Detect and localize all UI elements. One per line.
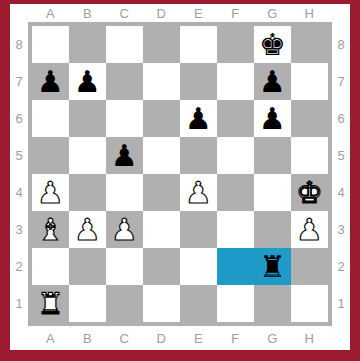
square-a2[interactable]	[32, 248, 69, 285]
board-area: ABCDEFGH 87654321 ♚♟♟♟♟♟♟♟♟♚♝♟♟♟♜♜ 87654…	[10, 4, 350, 350]
square-b4[interactable]	[69, 174, 106, 211]
file-label-d: D	[143, 6, 180, 21]
black-pawn[interactable]: ♟	[185, 100, 212, 137]
file-labels-top: ABCDEFGH	[28, 4, 332, 22]
square-d6[interactable]	[143, 100, 180, 137]
file-label-h: H	[291, 6, 328, 21]
square-a7[interactable]: ♟	[32, 63, 69, 100]
rank-label-4: 4	[332, 174, 350, 211]
square-h8[interactable]	[291, 26, 328, 63]
square-c2[interactable]	[106, 248, 143, 285]
file-label-d: D	[143, 331, 180, 346]
square-b6[interactable]	[69, 100, 106, 137]
rank-label-7: 7	[332, 63, 350, 100]
square-f1[interactable]	[217, 285, 254, 322]
file-label-b: B	[69, 6, 106, 21]
file-label-e: E	[180, 6, 217, 21]
square-c6[interactable]	[106, 100, 143, 137]
square-a6[interactable]	[32, 100, 69, 137]
black-king[interactable]: ♚	[259, 26, 286, 63]
black-rook[interactable]: ♜	[259, 248, 286, 285]
white-pawn[interactable]: ♟	[37, 174, 64, 211]
square-b2[interactable]	[69, 248, 106, 285]
white-pawn[interactable]: ♟	[185, 174, 212, 211]
black-pawn[interactable]: ♟	[74, 63, 101, 100]
square-f8[interactable]	[217, 26, 254, 63]
white-pawn[interactable]: ♟	[296, 211, 323, 248]
file-label-c: C	[106, 6, 143, 21]
rank-label-1: 1	[332, 285, 350, 322]
rank-labels-left: 87654321	[10, 22, 28, 326]
square-h2[interactable]	[291, 248, 328, 285]
square-g2[interactable]: ♜	[254, 248, 291, 285]
square-g8[interactable]: ♚	[254, 26, 291, 63]
rank-label-6: 6	[10, 100, 28, 137]
square-e7[interactable]	[180, 63, 217, 100]
square-g3[interactable]	[254, 211, 291, 248]
square-a8[interactable]	[32, 26, 69, 63]
square-d1[interactable]	[143, 285, 180, 322]
rank-label-8: 8	[10, 26, 28, 63]
file-label-e: E	[180, 331, 217, 346]
square-d8[interactable]	[143, 26, 180, 63]
chess-app-frame: ABCDEFGH 87654321 ♚♟♟♟♟♟♟♟♟♚♝♟♟♟♜♜ 87654…	[0, 0, 360, 361]
rank-label-2: 2	[332, 248, 350, 285]
file-label-b: B	[69, 331, 106, 346]
square-b8[interactable]	[69, 26, 106, 63]
square-c7[interactable]	[106, 63, 143, 100]
square-c4[interactable]	[106, 174, 143, 211]
rank-label-3: 3	[332, 211, 350, 248]
rank-label-5: 5	[10, 137, 28, 174]
square-g4[interactable]	[254, 174, 291, 211]
white-bishop[interactable]: ♝	[37, 211, 64, 248]
square-d4[interactable]	[143, 174, 180, 211]
square-f3[interactable]	[217, 211, 254, 248]
rank-label-1: 1	[10, 285, 28, 322]
square-h3[interactable]: ♟	[291, 211, 328, 248]
square-e3[interactable]	[180, 211, 217, 248]
square-d7[interactable]	[143, 63, 180, 100]
square-f6[interactable]	[217, 100, 254, 137]
square-g6[interactable]: ♟	[254, 100, 291, 137]
white-rook[interactable]: ♜	[37, 285, 64, 322]
square-d2[interactable]	[143, 248, 180, 285]
black-pawn[interactable]: ♟	[111, 137, 138, 174]
square-e5[interactable]	[180, 137, 217, 174]
square-d3[interactable]	[143, 211, 180, 248]
file-label-h: H	[291, 331, 328, 346]
black-pawn[interactable]: ♟	[259, 63, 286, 100]
square-h7[interactable]	[291, 63, 328, 100]
square-c1[interactable]	[106, 285, 143, 322]
square-g5[interactable]	[254, 137, 291, 174]
square-g7[interactable]: ♟	[254, 63, 291, 100]
square-e4[interactable]: ♟	[180, 174, 217, 211]
square-b1[interactable]	[69, 285, 106, 322]
square-d5[interactable]	[143, 137, 180, 174]
file-label-c: C	[106, 331, 143, 346]
white-pawn[interactable]: ♟	[111, 211, 138, 248]
square-a4[interactable]: ♟	[32, 174, 69, 211]
file-label-f: F	[217, 6, 254, 21]
white-pawn[interactable]: ♟	[74, 211, 101, 248]
rank-label-8: 8	[332, 26, 350, 63]
file-labels-bottom: ABCDEFGH	[28, 326, 332, 350]
square-f2[interactable]	[217, 248, 254, 285]
square-h6[interactable]	[291, 100, 328, 137]
square-f5[interactable]	[217, 137, 254, 174]
square-c8[interactable]	[106, 26, 143, 63]
square-b5[interactable]	[69, 137, 106, 174]
rank-label-3: 3	[10, 211, 28, 248]
rank-label-7: 7	[10, 63, 28, 100]
square-f4[interactable]	[217, 174, 254, 211]
white-king[interactable]: ♚	[296, 174, 323, 211]
square-e2[interactable]	[180, 248, 217, 285]
square-f7[interactable]	[217, 63, 254, 100]
square-h4[interactable]: ♚	[291, 174, 328, 211]
square-a5[interactable]	[32, 137, 69, 174]
square-h5[interactable]	[291, 137, 328, 174]
rank-label-6: 6	[332, 100, 350, 137]
rank-labels-right: 87654321	[332, 22, 350, 326]
file-label-a: A	[32, 6, 69, 21]
rank-label-4: 4	[10, 174, 28, 211]
square-c3[interactable]: ♟	[106, 211, 143, 248]
square-e8[interactable]	[180, 26, 217, 63]
file-label-f: F	[217, 331, 254, 346]
file-label-g: G	[254, 6, 291, 21]
square-g1[interactable]	[254, 285, 291, 322]
chess-board[interactable]: ♚♟♟♟♟♟♟♟♟♚♝♟♟♟♜♜	[28, 22, 332, 326]
file-label-g: G	[254, 331, 291, 346]
square-a1[interactable]: ♜	[32, 285, 69, 322]
rank-label-5: 5	[332, 137, 350, 174]
square-e6[interactable]: ♟	[180, 100, 217, 137]
square-e1[interactable]	[180, 285, 217, 322]
file-label-a: A	[32, 331, 69, 346]
square-c5[interactable]: ♟	[106, 137, 143, 174]
black-pawn[interactable]: ♟	[259, 100, 286, 137]
square-h1[interactable]	[291, 285, 328, 322]
black-pawn[interactable]: ♟	[37, 63, 64, 100]
rank-label-2: 2	[10, 248, 28, 285]
square-b3[interactable]: ♟	[69, 211, 106, 248]
square-b7[interactable]: ♟	[69, 63, 106, 100]
square-a3[interactable]: ♝	[32, 211, 69, 248]
